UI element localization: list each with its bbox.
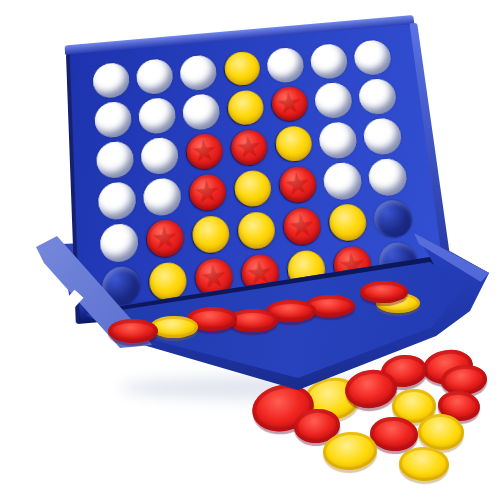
tray-disc-layer xyxy=(0,0,500,500)
tray-red-disc xyxy=(108,319,158,343)
tray-red-disc xyxy=(360,281,408,303)
product-photo xyxy=(0,0,500,500)
